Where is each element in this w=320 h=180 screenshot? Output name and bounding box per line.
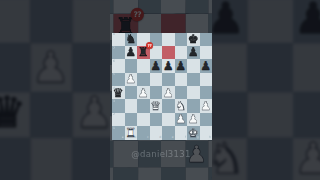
piece-white-pawn: ♟ (75, 92, 113, 135)
square-h3: ♟ (200, 99, 213, 112)
square-g6 (248, 0, 292, 43)
square-f2: ♟ (185, 141, 209, 166)
coord-file-d: d (159, 136, 161, 139)
square-e6: ♟ (162, 59, 175, 72)
square-b3 (29, 137, 73, 180)
square-b1: b♜ (125, 126, 138, 139)
video-frame: 8♞♚7♟♜♟6♟♟♟♟5♟4♛♟♟3♛♞♟2♟♟1ab♜cdefg♚h?? 8… (0, 0, 320, 180)
square-h5 (200, 73, 213, 86)
square-f8 (175, 33, 188, 46)
blunder-badge: ?? (131, 7, 144, 20)
piece-white-queen: ♛ (150, 100, 161, 112)
square-g1: g♚ (187, 126, 200, 139)
square-c5 (137, 73, 150, 86)
square-h8 (200, 33, 213, 46)
square-a2: 2 (112, 113, 125, 126)
piece-white-pawn: ♟ (138, 87, 149, 99)
piece-white-rook: ♜ (125, 127, 136, 139)
square-h6: ♟ (200, 59, 213, 72)
square-g7: ♟ (187, 46, 200, 59)
coord-file-a: a (122, 136, 124, 139)
coord-file-c: c (147, 136, 149, 139)
piece-white-pawn: ♟ (294, 139, 320, 180)
square-a3: 3 (0, 137, 29, 180)
chess-board: 8♞♚7♟♜♟6♟♟♟♟5♟4♛♟♟3♛♞♟2♟♟1ab♜cdefg♚h?? (112, 33, 212, 140)
square-d2 (150, 113, 163, 126)
square-f6: ♟ (175, 59, 188, 72)
square-d5 (150, 73, 163, 86)
piece-black-knight: ♞ (125, 33, 136, 45)
square-c8 (137, 33, 150, 46)
piece-black-pawn: ♟ (188, 46, 199, 58)
square-d6: ♟ (150, 59, 163, 72)
square-b4 (29, 90, 73, 137)
square-g6 (187, 59, 200, 72)
square-c4: ♟ (137, 86, 150, 99)
piece-black-rook: ♜ (138, 46, 149, 58)
square-f7 (175, 46, 188, 59)
coord-rank-8: 8 (113, 33, 115, 36)
piece-black-king: ♚ (210, 0, 212, 13)
square-e8 (161, 0, 185, 14)
square-d4 (150, 86, 163, 99)
square-g4 (187, 86, 200, 99)
square-d7 (150, 46, 163, 59)
coord-file-h: h (209, 136, 211, 139)
piece-white-knight: ♞ (206, 139, 244, 180)
square-b7: ♟ (125, 46, 138, 59)
coord-rank-2: 2 (113, 113, 115, 116)
square-b3 (125, 99, 138, 112)
square-f5 (175, 73, 188, 86)
square-f4 (175, 86, 188, 99)
piece-black-pawn: ♟ (294, 0, 320, 41)
square-b8: ♞ (125, 33, 138, 46)
square-g4 (248, 90, 292, 137)
square-g2: ♟ (187, 113, 200, 126)
piece-white-pawn: ♟ (163, 87, 174, 99)
square-b6 (125, 59, 138, 72)
square-f1: f (185, 166, 209, 180)
square-a5: 5 (112, 73, 125, 86)
piece-black-knight: ♞ (110, 0, 112, 13)
coord-rank-4: 4 (113, 87, 115, 90)
coord-file-e: e (172, 136, 174, 139)
coord-rank-3: 3 (113, 100, 115, 103)
square-a4: 4♛ (112, 86, 125, 99)
square-f2: ♟ (175, 113, 188, 126)
square-h4 (200, 86, 213, 99)
piece-black-pawn: ♟ (163, 60, 174, 72)
square-f3: ♞ (175, 99, 188, 112)
square-c1: c (137, 126, 150, 139)
square-b2 (110, 141, 114, 166)
square-g8: ♚ (209, 0, 213, 14)
square-d8 (150, 33, 163, 46)
square-b4 (125, 86, 138, 99)
piece-black-pawn: ♟ (206, 0, 244, 41)
square-b5: ♟ (29, 43, 73, 90)
piece-white-king: ♚ (210, 167, 212, 180)
square-c3 (137, 99, 150, 112)
square-e2 (162, 113, 175, 126)
coord-file-f: f (185, 136, 186, 139)
square-c8 (114, 0, 138, 14)
piece-white-pawn: ♟ (186, 142, 207, 165)
square-e1: e (161, 166, 185, 180)
coord-rank-1: 1 (113, 127, 115, 130)
piece-white-king: ♚ (188, 127, 199, 139)
square-e2 (161, 141, 185, 166)
coord-file-b: b (134, 136, 136, 139)
square-d3: ♛ (150, 99, 163, 112)
square-a6: 6 (0, 0, 29, 43)
square-a3: 3 (112, 99, 125, 112)
square-e5 (162, 73, 175, 86)
piece-white-pawn: ♟ (31, 45, 69, 88)
square-a8: 8 (112, 33, 125, 46)
square-e3 (162, 99, 175, 112)
piece-white-pawn: ♟ (188, 113, 199, 125)
square-h1: h (200, 126, 213, 139)
piece-black-pawn: ♟ (175, 60, 186, 72)
piece-black-king: ♚ (188, 33, 199, 45)
piece-white-knight: ♞ (175, 100, 186, 112)
square-g5 (248, 43, 292, 90)
square-h2 (200, 113, 213, 126)
piece-black-queen: ♛ (0, 92, 26, 135)
square-d1: d (150, 126, 163, 139)
square-d2 (137, 141, 161, 166)
square-e4: ♟ (162, 86, 175, 99)
square-c7: ♜ (137, 46, 150, 59)
square-b6 (29, 0, 73, 43)
square-g3 (187, 99, 200, 112)
coord-rank-6: 6 (113, 60, 115, 63)
square-g1: g♚ (209, 166, 213, 180)
square-e8 (162, 33, 175, 46)
square-h7 (200, 46, 213, 59)
square-h4 (291, 90, 320, 137)
square-e7 (162, 46, 175, 59)
square-a6: 6 (112, 59, 125, 72)
square-h6: ♟ (291, 0, 320, 43)
piece-white-pawn: ♟ (210, 142, 212, 165)
square-f1: f (175, 126, 188, 139)
square-g3 (248, 137, 292, 180)
square-b8: ♞ (110, 0, 114, 14)
piece-white-pawn: ♟ (200, 100, 211, 112)
square-h5 (291, 43, 320, 90)
square-e1: e (162, 126, 175, 139)
square-h3: ♟ (291, 137, 320, 180)
square-a5: 5 (0, 43, 29, 90)
watermark-text: @daniel3131 (110, 149, 212, 159)
square-b1: b♜ (110, 166, 114, 180)
square-b2 (125, 113, 138, 126)
square-d8 (137, 0, 161, 14)
square-f8 (185, 0, 209, 14)
square-g8: ♚ (187, 33, 200, 46)
piece-black-pawn: ♟ (200, 60, 211, 72)
square-c6 (137, 59, 150, 72)
coord-rank-5: 5 (113, 73, 115, 76)
square-c2 (137, 113, 150, 126)
square-c1: c (114, 166, 138, 180)
piece-black-queen: ♛ (113, 87, 124, 99)
piece-black-pawn: ♟ (125, 46, 136, 58)
square-b5: ♟ (125, 73, 138, 86)
piece-white-rook: ♜ (110, 167, 112, 180)
piece-black-pawn: ♟ (150, 60, 161, 72)
square-a4: 4♛ (0, 90, 29, 137)
square-a1: 1a (112, 126, 125, 139)
coord-rank-7: 7 (113, 47, 115, 50)
square-d1: d (137, 166, 161, 180)
square-a7: 7 (112, 46, 125, 59)
video-strip[interactable]: 8♞♚7♟♜♟6♟♟♟♟5♟4♛♟♟3♛♞♟2♟♟1ab♜cdefg♚h?? 8… (110, 0, 212, 180)
piece-white-pawn: ♟ (125, 73, 136, 85)
coord-file-g: g (197, 136, 199, 139)
square-g2: ♟ (209, 141, 213, 166)
piece-white-pawn: ♟ (175, 113, 186, 125)
square-g5 (187, 73, 200, 86)
square-c2 (114, 141, 138, 166)
